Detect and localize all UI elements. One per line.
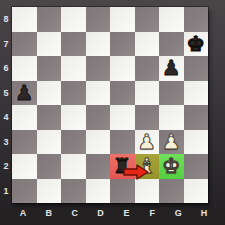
square-e3[interactable] [110, 130, 135, 155]
square-g6[interactable]: ♟ [159, 56, 184, 81]
square-h2[interactable] [184, 154, 209, 179]
chess-board[interactable]: ♚♟♟♟♟♜♝♚ [12, 7, 208, 203]
square-h5[interactable] [184, 81, 209, 106]
square-d2[interactable] [86, 154, 111, 179]
square-b7[interactable] [37, 32, 62, 57]
piece-white-king-g2[interactable]: ♚ [159, 154, 184, 179]
square-a2[interactable] [12, 154, 37, 179]
square-e4[interactable] [110, 105, 135, 130]
square-c8[interactable] [61, 7, 86, 32]
square-d1[interactable] [86, 179, 111, 204]
square-f2-highlighted[interactable]: ♝ [135, 154, 160, 179]
square-a5[interactable]: ♟ [12, 81, 37, 106]
square-e2-highlighted[interactable]: ♜ [110, 154, 135, 179]
square-h7[interactable]: ♚ [184, 32, 209, 57]
square-a7[interactable] [12, 32, 37, 57]
square-e8[interactable] [110, 7, 135, 32]
rank-label-2: 2 [0, 154, 12, 179]
square-f3[interactable]: ♟ [135, 130, 160, 155]
file-label-c: C [62, 205, 88, 221]
square-d3[interactable] [86, 130, 111, 155]
square-g2-highlighted[interactable]: ♚ [159, 154, 184, 179]
square-c4[interactable] [61, 105, 86, 130]
square-d7[interactable] [86, 32, 111, 57]
square-f7[interactable] [135, 32, 160, 57]
piece-black-pawn-g6[interactable]: ♟ [159, 56, 184, 81]
square-g8[interactable] [159, 7, 184, 32]
chess-app-window: 87654321 ABCDEFGH ♚♟♟♟♟♜♝♚ [0, 0, 225, 225]
file-label-b: B [36, 205, 62, 221]
square-g5[interactable] [159, 81, 184, 106]
rank-label-7: 7 [0, 32, 12, 57]
square-c7[interactable] [61, 32, 86, 57]
square-h6[interactable] [184, 56, 209, 81]
piece-white-pawn-f3[interactable]: ♟ [135, 130, 160, 155]
square-f8[interactable] [135, 7, 160, 32]
rank-label-6: 6 [0, 56, 12, 81]
square-g3[interactable]: ♟ [159, 130, 184, 155]
square-g4[interactable] [159, 105, 184, 130]
file-label-e: E [114, 205, 140, 221]
piece-black-king-h7[interactable]: ♚ [184, 32, 209, 57]
square-b2[interactable] [37, 154, 62, 179]
square-f1[interactable] [135, 179, 160, 204]
square-b6[interactable] [37, 56, 62, 81]
square-b1[interactable] [37, 179, 62, 204]
square-d8[interactable] [86, 7, 111, 32]
file-label-f: F [139, 205, 165, 221]
square-c5[interactable] [61, 81, 86, 106]
square-f5[interactable] [135, 81, 160, 106]
square-a6[interactable] [12, 56, 37, 81]
square-e1[interactable] [110, 179, 135, 204]
square-a3[interactable] [12, 130, 37, 155]
square-h1[interactable] [184, 179, 209, 204]
square-b8[interactable] [37, 7, 62, 32]
file-label-d: D [88, 205, 114, 221]
piece-black-pawn-a5[interactable]: ♟ [12, 81, 37, 106]
square-c3[interactable] [61, 130, 86, 155]
square-d4[interactable] [86, 105, 111, 130]
rank-label-5: 5 [0, 81, 12, 106]
square-d5[interactable] [86, 81, 111, 106]
rank-labels: 87654321 [0, 7, 12, 203]
square-h8[interactable] [184, 7, 209, 32]
square-f6[interactable] [135, 56, 160, 81]
square-c2[interactable] [61, 154, 86, 179]
square-b5[interactable] [37, 81, 62, 106]
file-label-g: G [165, 205, 191, 221]
square-e6[interactable] [110, 56, 135, 81]
square-b4[interactable] [37, 105, 62, 130]
square-c1[interactable] [61, 179, 86, 204]
square-a1[interactable] [12, 179, 37, 204]
file-labels: ABCDEFGH [10, 205, 217, 221]
square-g7[interactable] [159, 32, 184, 57]
piece-black-rook-e2[interactable]: ♜ [110, 154, 135, 179]
square-a4[interactable] [12, 105, 37, 130]
rank-label-4: 4 [0, 105, 12, 130]
file-label-h: H [191, 205, 217, 221]
piece-white-bishop-f2[interactable]: ♝ [135, 154, 160, 179]
square-e5[interactable] [110, 81, 135, 106]
square-d6[interactable] [86, 56, 111, 81]
square-e7[interactable] [110, 32, 135, 57]
rank-label-3: 3 [0, 130, 12, 155]
square-g1[interactable] [159, 179, 184, 204]
square-c6[interactable] [61, 56, 86, 81]
square-f4[interactable] [135, 105, 160, 130]
piece-white-pawn-g3[interactable]: ♟ [159, 130, 184, 155]
square-a8[interactable] [12, 7, 37, 32]
rank-label-1: 1 [0, 179, 12, 204]
rank-label-8: 8 [0, 7, 12, 32]
square-b3[interactable] [37, 130, 62, 155]
square-h3[interactable] [184, 130, 209, 155]
square-h4[interactable] [184, 105, 209, 130]
file-label-a: A [10, 205, 36, 221]
